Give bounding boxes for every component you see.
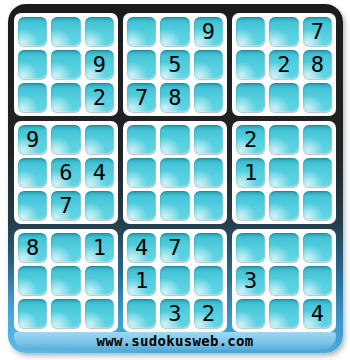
cell-r5c8[interactable]	[269, 158, 298, 187]
board-frame: 929578728964721814713234 www.sudokusweb.…	[8, 4, 343, 353]
cell-r6c3[interactable]	[85, 191, 114, 220]
box-1-3: 728	[232, 13, 336, 116]
cell-r6c6[interactable]	[194, 191, 223, 220]
cell-r2c2[interactable]	[51, 50, 80, 79]
cell-r9c2[interactable]	[51, 299, 80, 328]
cell-r1c2[interactable]	[51, 17, 80, 46]
cell-r9c7[interactable]	[236, 299, 265, 328]
cell-r8c8[interactable]	[269, 266, 298, 295]
cell-r3c4[interactable]: 7	[127, 83, 156, 112]
cell-r3c9[interactable]	[303, 83, 332, 112]
cell-r1c3[interactable]	[85, 17, 114, 46]
cell-r3c5[interactable]: 8	[160, 83, 189, 112]
cell-r9c9[interactable]: 4	[303, 299, 332, 328]
sudoku-widget: 929578728964721814713234 www.sudokusweb.…	[0, 0, 350, 360]
cell-r6c9[interactable]	[303, 191, 332, 220]
cell-r4c8[interactable]	[269, 125, 298, 154]
cell-r5c3[interactable]: 4	[85, 158, 114, 187]
cell-r8c4[interactable]: 1	[127, 266, 156, 295]
box-3-3: 34	[232, 229, 336, 332]
cell-r5c2[interactable]: 6	[51, 158, 80, 187]
cell-r7c8[interactable]	[269, 233, 298, 262]
cell-r4c5[interactable]	[160, 125, 189, 154]
box-2-2	[123, 121, 227, 224]
cell-r1c8[interactable]	[269, 17, 298, 46]
box-3-2: 47132	[123, 229, 227, 332]
footer-bar: www.sudokusweb.com	[14, 332, 336, 350]
cell-r9c5[interactable]: 3	[160, 299, 189, 328]
box-1-2: 9578	[123, 13, 227, 116]
cell-r3c2[interactable]	[51, 83, 80, 112]
cell-r6c1[interactable]	[18, 191, 47, 220]
cell-r1c4[interactable]	[127, 17, 156, 46]
cell-r6c4[interactable]	[127, 191, 156, 220]
cell-r7c5[interactable]: 7	[160, 233, 189, 262]
cell-r5c9[interactable]	[303, 158, 332, 187]
cell-r6c7[interactable]	[236, 191, 265, 220]
cell-r1c9[interactable]: 7	[303, 17, 332, 46]
cell-r4c2[interactable]	[51, 125, 80, 154]
sudoku-board: 929578728964721814713234	[14, 13, 336, 332]
cell-r4c7[interactable]: 2	[236, 125, 265, 154]
cell-r1c5[interactable]	[160, 17, 189, 46]
cell-r8c5[interactable]	[160, 266, 189, 295]
cell-r4c3[interactable]	[85, 125, 114, 154]
cell-r1c6[interactable]: 9	[194, 17, 223, 46]
cell-r1c7[interactable]	[236, 17, 265, 46]
box-2-1: 9647	[14, 121, 118, 224]
cell-r2c3[interactable]: 9	[85, 50, 114, 79]
cell-r7c2[interactable]	[51, 233, 80, 262]
box-1-1: 92	[14, 13, 118, 116]
cell-r2c7[interactable]	[236, 50, 265, 79]
cell-r7c6[interactable]	[194, 233, 223, 262]
cell-r8c7[interactable]: 3	[236, 266, 265, 295]
cell-r2c1[interactable]	[18, 50, 47, 79]
cell-r8c2[interactable]	[51, 266, 80, 295]
cell-r9c8[interactable]	[269, 299, 298, 328]
cell-r2c6[interactable]	[194, 50, 223, 79]
box-3-1: 81	[14, 229, 118, 332]
cell-r3c3[interactable]: 2	[85, 83, 114, 112]
cell-r2c5[interactable]: 5	[160, 50, 189, 79]
cell-r6c5[interactable]	[160, 191, 189, 220]
cell-r2c8[interactable]: 2	[269, 50, 298, 79]
cell-r7c3[interactable]: 1	[85, 233, 114, 262]
cell-r4c6[interactable]	[194, 125, 223, 154]
cell-r7c9[interactable]	[303, 233, 332, 262]
cell-r9c4[interactable]	[127, 299, 156, 328]
cell-r1c1[interactable]	[18, 17, 47, 46]
box-2-3: 21	[232, 121, 336, 224]
cell-r9c1[interactable]	[18, 299, 47, 328]
cell-r8c6[interactable]	[194, 266, 223, 295]
cell-r8c9[interactable]	[303, 266, 332, 295]
cell-r6c2[interactable]: 7	[51, 191, 80, 220]
cell-r5c6[interactable]	[194, 158, 223, 187]
cell-r5c4[interactable]	[127, 158, 156, 187]
cell-r4c9[interactable]	[303, 125, 332, 154]
cell-r9c3[interactable]	[85, 299, 114, 328]
cell-r3c8[interactable]	[269, 83, 298, 112]
cell-r4c1[interactable]: 9	[18, 125, 47, 154]
cell-r2c4[interactable]	[127, 50, 156, 79]
cell-r6c8[interactable]	[269, 191, 298, 220]
cell-r9c6[interactable]: 2	[194, 299, 223, 328]
cell-r3c7[interactable]	[236, 83, 265, 112]
cell-r8c1[interactable]	[18, 266, 47, 295]
cell-r4c4[interactable]	[127, 125, 156, 154]
cell-r5c1[interactable]	[18, 158, 47, 187]
cell-r7c7[interactable]	[236, 233, 265, 262]
cell-r3c1[interactable]	[18, 83, 47, 112]
cell-r8c3[interactable]	[85, 266, 114, 295]
cell-r2c9[interactable]: 8	[303, 50, 332, 79]
website-url: www.sudokusweb.com	[96, 334, 253, 348]
cell-r7c4[interactable]: 4	[127, 233, 156, 262]
cell-r5c7[interactable]: 1	[236, 158, 265, 187]
cell-r3c6[interactable]	[194, 83, 223, 112]
cell-r5c5[interactable]	[160, 158, 189, 187]
cell-r7c1[interactable]: 8	[18, 233, 47, 262]
